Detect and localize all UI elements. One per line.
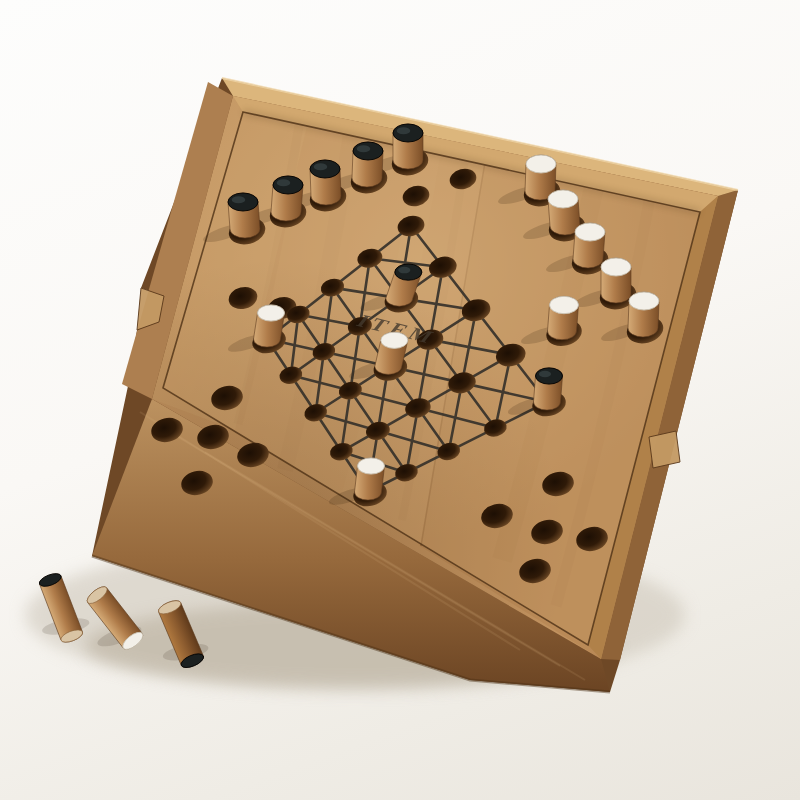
cap-sheen xyxy=(397,127,411,134)
peg-cap-white xyxy=(601,258,631,276)
cap-sheen xyxy=(357,145,371,152)
peg-cap-white xyxy=(526,155,556,173)
peg-cap-white xyxy=(550,296,579,313)
peg-cap-white xyxy=(629,292,659,310)
product-photo-stage: ITEM xyxy=(0,0,800,800)
cap-sheen xyxy=(277,179,291,186)
cap-sheen xyxy=(314,163,328,170)
peg-cap-white xyxy=(548,190,578,208)
peg-cap-white xyxy=(575,223,605,241)
finger-notch-right[interactable] xyxy=(649,431,680,468)
cap-sheen xyxy=(232,196,246,203)
